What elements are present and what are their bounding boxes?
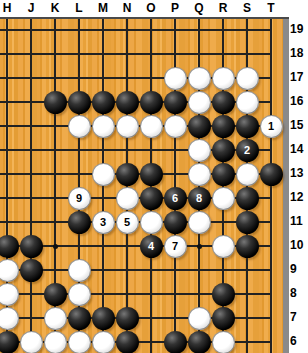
row-label-19: 19	[290, 22, 308, 36]
column-label-Q: Q	[191, 1, 207, 15]
row-label-8: 8	[290, 286, 308, 300]
column-label-H: H	[0, 1, 15, 15]
column-label-M: M	[95, 1, 111, 15]
row-label-18: 18	[290, 46, 308, 60]
row-label-9: 9	[290, 262, 308, 276]
go-board[interactable]	[0, 19, 283, 353]
row-label-16: 16	[290, 94, 308, 108]
column-label-N: N	[119, 1, 135, 15]
row-label-12: 12	[290, 190, 308, 204]
column-label-L: L	[71, 1, 87, 15]
board-right-shadow	[283, 19, 289, 353]
go-board-screenshot: HJKLMNOPQRST 129683547 19181716151413121…	[0, 0, 308, 353]
row-label-13: 13	[290, 166, 308, 180]
column-labels-strip: HJKLMNOPQRST	[0, 0, 308, 17]
column-label-S: S	[239, 1, 255, 15]
column-label-R: R	[215, 1, 231, 15]
row-label-6: 6	[290, 334, 308, 348]
column-label-J: J	[23, 1, 39, 15]
board-top-edge	[0, 17, 289, 19]
column-label-O: O	[143, 1, 159, 15]
row-label-14: 14	[290, 142, 308, 156]
column-label-P: P	[167, 1, 183, 15]
row-label-17: 17	[290, 70, 308, 84]
row-label-15: 15	[290, 118, 308, 132]
column-label-T: T	[263, 1, 279, 15]
column-label-K: K	[47, 1, 63, 15]
row-label-11: 11	[290, 214, 308, 228]
row-label-10: 10	[290, 238, 308, 252]
row-label-7: 7	[290, 310, 308, 324]
